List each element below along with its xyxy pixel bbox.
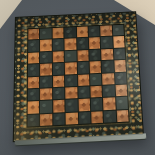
square-c7: [52, 39, 63, 50]
square-e7: [77, 38, 88, 49]
square-c2: [53, 100, 65, 112]
square-h7: [113, 36, 125, 47]
square-a7: [28, 40, 39, 51]
square-d8: [64, 27, 75, 38]
square-g4: [102, 73, 114, 85]
board-squares: [28, 25, 129, 127]
square-b2: [40, 101, 52, 113]
square-f7: [89, 37, 101, 48]
square-f3: [90, 86, 102, 98]
square-b5: [40, 64, 51, 76]
square-b4: [40, 76, 51, 88]
square-c3: [53, 87, 65, 99]
square-f8: [88, 26, 99, 37]
square-d5: [65, 62, 77, 74]
square-c6: [53, 51, 64, 63]
square-b7: [40, 40, 51, 51]
square-a5: [28, 64, 39, 76]
square-c4: [53, 75, 65, 87]
square-e8: [76, 26, 87, 37]
square-d1: [66, 112, 78, 124]
square-c5: [53, 63, 64, 75]
square-h1: [116, 110, 128, 122]
square-d3: [65, 87, 77, 99]
square-e2: [78, 99, 90, 111]
square-g6: [101, 49, 113, 61]
square-h5: [114, 60, 126, 72]
square-b8: [40, 28, 51, 39]
square-f2: [91, 98, 103, 110]
square-f5: [90, 61, 102, 73]
square-g5: [102, 61, 114, 73]
square-c1: [53, 113, 65, 125]
square-h3: [115, 84, 127, 96]
photo-scene: [0, 0, 155, 155]
square-a2: [28, 101, 40, 113]
square-e4: [78, 74, 90, 86]
square-f4: [90, 73, 102, 85]
square-h6: [113, 48, 125, 59]
square-b6: [40, 52, 51, 64]
square-a3: [28, 89, 40, 101]
square-b3: [40, 88, 52, 100]
square-h8: [112, 25, 124, 36]
square-a4: [28, 76, 40, 88]
square-a8: [28, 29, 39, 40]
square-h4: [115, 72, 127, 84]
square-h2: [116, 97, 128, 109]
square-c8: [52, 28, 63, 39]
square-g3: [103, 85, 115, 97]
square-e1: [78, 112, 90, 124]
square-g7: [101, 37, 113, 48]
board-side-edge: [15, 133, 147, 146]
square-e5: [77, 62, 89, 74]
square-e3: [78, 86, 90, 98]
square-f6: [89, 49, 101, 61]
square-b1: [40, 113, 52, 125]
square-a6: [28, 52, 39, 64]
square-g2: [103, 98, 115, 110]
square-g8: [100, 25, 112, 36]
square-g1: [104, 110, 116, 122]
square-e6: [77, 50, 89, 62]
square-d4: [65, 75, 77, 87]
square-d7: [65, 39, 76, 50]
square-f1: [91, 111, 103, 123]
chessboard: [13, 11, 144, 142]
square-d2: [66, 99, 78, 111]
square-d6: [65, 50, 76, 62]
square-a1: [28, 114, 40, 127]
